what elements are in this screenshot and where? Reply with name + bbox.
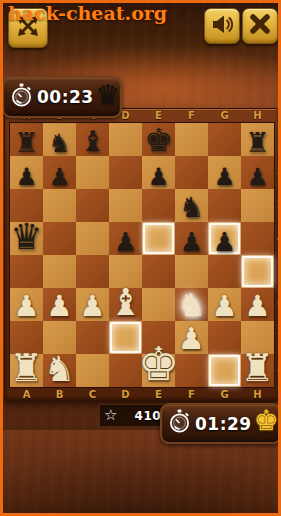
file-label-F: F bbox=[175, 110, 208, 122]
piece-black-pawn-E2[interactable]: ♟ bbox=[148, 165, 170, 189]
square-G1[interactable] bbox=[208, 123, 241, 156]
board-squares: ♜♞♝♚♜♟♟♟♟♟♞♛♟♟♟♟♟♟♝♞♟♟♟♜♞♚♜ bbox=[9, 122, 275, 388]
white-timer-value: 01:29 bbox=[195, 414, 252, 434]
rank-label-6: 6 bbox=[275, 288, 281, 321]
piece-black-queen-A4[interactable]: ♛ bbox=[10, 219, 42, 255]
square-F8[interactable] bbox=[175, 354, 208, 387]
piece-white-pawn-B6[interactable]: ♟ bbox=[47, 292, 73, 321]
speaker-icon bbox=[210, 12, 234, 40]
rank-label-2: 2 bbox=[275, 156, 281, 189]
piece-white-pawn-C6[interactable]: ♟ bbox=[80, 292, 106, 321]
square-A4[interactable]: ♛ bbox=[10, 222, 43, 255]
rank-label-8: 8 bbox=[275, 354, 281, 387]
square-B8[interactable]: ♞ bbox=[43, 354, 76, 387]
black-timer-panel: 00:23 ♛ bbox=[2, 76, 122, 118]
sound-button[interactable] bbox=[204, 8, 240, 44]
file-label-H: H bbox=[241, 389, 274, 401]
piece-black-rook-H1[interactable]: ♜ bbox=[245, 129, 269, 156]
square-G4[interactable]: ♟ bbox=[208, 222, 241, 255]
square-G6[interactable]: ♟ bbox=[208, 288, 241, 321]
square-F4[interactable]: ♟ bbox=[175, 222, 208, 255]
square-C4[interactable] bbox=[76, 222, 109, 255]
square-G7[interactable] bbox=[208, 321, 241, 354]
square-F5[interactable] bbox=[175, 255, 208, 288]
piece-white-pawn-H6[interactable]: ♟ bbox=[245, 292, 271, 321]
piece-black-pawn-B2[interactable]: ♟ bbox=[49, 165, 71, 189]
square-G2[interactable]: ♟ bbox=[208, 156, 241, 189]
rank-label-3: 3 bbox=[275, 189, 281, 222]
stopwatch-icon bbox=[168, 409, 191, 438]
square-H4[interactable] bbox=[241, 222, 274, 255]
black-timer-value: 00:23 bbox=[37, 87, 94, 107]
square-E5[interactable] bbox=[142, 255, 175, 288]
watermark-text: hack-cheat.org bbox=[8, 2, 167, 24]
piece-white-bishop-D6[interactable]: ♝ bbox=[109, 284, 142, 321]
square-A8[interactable]: ♜ bbox=[10, 354, 43, 387]
stopwatch-icon bbox=[10, 83, 33, 112]
square-F6[interactable]: ♞ bbox=[175, 288, 208, 321]
square-A1[interactable]: ♜ bbox=[10, 123, 43, 156]
gold-king-icon: ♚ bbox=[254, 407, 279, 435]
square-E3[interactable] bbox=[142, 189, 175, 222]
square-F1[interactable] bbox=[175, 123, 208, 156]
piece-black-knight-B1[interactable]: ♞ bbox=[48, 131, 70, 156]
app-window: hack-cheat.org 00:23 ♛ ABCDEFGH ABCDEFGH… bbox=[0, 0, 281, 516]
close-icon bbox=[248, 12, 272, 40]
square-B6[interactable]: ♟ bbox=[43, 288, 76, 321]
piece-white-pawn-F7[interactable]: ♟ bbox=[178, 324, 205, 354]
square-D1[interactable] bbox=[109, 123, 142, 156]
square-H2[interactable]: ♟ bbox=[241, 156, 274, 189]
piece-black-pawn-D4[interactable]: ♟ bbox=[114, 229, 137, 255]
rank-label-5: 5 bbox=[275, 255, 281, 288]
square-G8[interactable] bbox=[208, 354, 241, 387]
square-D2[interactable] bbox=[109, 156, 142, 189]
square-C5[interactable] bbox=[76, 255, 109, 288]
square-B5[interactable] bbox=[43, 255, 76, 288]
piece-white-pawn-A6[interactable]: ♟ bbox=[14, 292, 40, 321]
square-B1[interactable]: ♞ bbox=[43, 123, 76, 156]
square-D3[interactable] bbox=[109, 189, 142, 222]
square-E2[interactable]: ♟ bbox=[142, 156, 175, 189]
file-label-G: G bbox=[208, 110, 241, 122]
square-E1[interactable]: ♚ bbox=[142, 123, 175, 156]
square-C3[interactable] bbox=[76, 189, 109, 222]
square-E6[interactable] bbox=[142, 288, 175, 321]
piece-black-knight-F3[interactable]: ♞ bbox=[179, 194, 204, 222]
star-icon: ☆ bbox=[104, 408, 117, 423]
square-F2[interactable] bbox=[175, 156, 208, 189]
file-label-H: H bbox=[241, 110, 274, 122]
chess-board: ABCDEFGH ABCDEFGH 12345678 ♜♞♝♚♜♟♟♟♟♟♞♛♟… bbox=[4, 108, 279, 402]
square-D6[interactable]: ♝ bbox=[109, 288, 142, 321]
piece-black-bishop-C1[interactable]: ♝ bbox=[80, 127, 106, 156]
file-label-E: E bbox=[142, 110, 175, 122]
piece-white-knight-B8[interactable]: ♞ bbox=[44, 352, 75, 387]
piece-black-pawn-H2[interactable]: ♟ bbox=[247, 165, 269, 189]
file-label-F: F bbox=[175, 389, 208, 401]
piece-black-king-E1[interactable]: ♚ bbox=[144, 124, 173, 156]
square-B3[interactable] bbox=[43, 189, 76, 222]
square-D4[interactable]: ♟ bbox=[109, 222, 142, 255]
square-A2[interactable]: ♟ bbox=[10, 156, 43, 189]
square-G3[interactable] bbox=[208, 189, 241, 222]
piece-white-knight-F6[interactable]: ♞ bbox=[177, 289, 206, 321]
square-H6[interactable]: ♟ bbox=[241, 288, 274, 321]
square-H3[interactable] bbox=[241, 189, 274, 222]
square-A6[interactable]: ♟ bbox=[10, 288, 43, 321]
square-A5[interactable] bbox=[10, 255, 43, 288]
piece-black-pawn-A2[interactable]: ♟ bbox=[16, 165, 38, 189]
square-E4[interactable] bbox=[142, 222, 175, 255]
square-H8[interactable]: ♜ bbox=[241, 354, 274, 387]
file-label-B: B bbox=[43, 389, 76, 401]
rank-labels-right: 12345678 bbox=[275, 123, 281, 387]
piece-black-rook-A1[interactable]: ♜ bbox=[14, 129, 38, 156]
square-C6[interactable]: ♟ bbox=[76, 288, 109, 321]
square-G5[interactable] bbox=[208, 255, 241, 288]
piece-white-rook-H8[interactable]: ♜ bbox=[240, 349, 274, 387]
piece-black-pawn-G2[interactable]: ♟ bbox=[214, 165, 236, 189]
piece-white-rook-A8[interactable]: ♜ bbox=[9, 349, 43, 387]
square-C7[interactable] bbox=[76, 321, 109, 354]
square-E8[interactable]: ♚ bbox=[142, 354, 175, 387]
piece-black-pawn-F4[interactable]: ♟ bbox=[180, 229, 203, 255]
white-timer-panel: 01:29 ♚ bbox=[160, 403, 281, 444]
square-C1[interactable]: ♝ bbox=[76, 123, 109, 156]
square-H5[interactable] bbox=[241, 255, 274, 288]
square-F3[interactable]: ♞ bbox=[175, 189, 208, 222]
square-B4[interactable] bbox=[43, 222, 76, 255]
piece-white-pawn-G6[interactable]: ♟ bbox=[212, 292, 238, 321]
rank-label-7: 7 bbox=[275, 321, 281, 354]
square-C2[interactable] bbox=[76, 156, 109, 189]
piece-black-pawn-G4[interactable]: ♟ bbox=[213, 229, 236, 255]
rank-label-4: 4 bbox=[275, 222, 281, 255]
close-button[interactable] bbox=[242, 8, 278, 44]
file-label-G: G bbox=[208, 389, 241, 401]
square-B2[interactable]: ♟ bbox=[43, 156, 76, 189]
square-C8[interactable] bbox=[76, 354, 109, 387]
square-F7[interactable]: ♟ bbox=[175, 321, 208, 354]
rank-label-1: 1 bbox=[275, 123, 281, 156]
file-label-A: A bbox=[10, 389, 43, 401]
square-H1[interactable]: ♜ bbox=[241, 123, 274, 156]
file-label-C: C bbox=[76, 389, 109, 401]
black-queen-icon: ♛ bbox=[96, 81, 120, 108]
piece-white-king-E8[interactable]: ♚ bbox=[138, 341, 179, 387]
